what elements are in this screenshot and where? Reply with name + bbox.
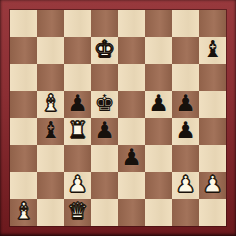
square-g2[interactable]: ♟ [172,172,199,199]
piece-black-bishop[interactable]: ♝ [202,37,223,63]
square-b7[interactable] [37,37,64,64]
square-e5[interactable] [118,91,145,118]
square-b6[interactable] [37,64,64,91]
square-g8[interactable] [172,10,199,37]
square-h3[interactable] [199,145,226,172]
square-f5[interactable]: ♟ [145,91,172,118]
square-h6[interactable] [199,64,226,91]
square-g3[interactable] [172,145,199,172]
piece-white-king[interactable]: ♚ [94,37,115,63]
piece-black-pawn[interactable]: ♟ [121,145,142,171]
square-h7[interactable]: ♝ [199,37,226,64]
square-a4[interactable] [10,118,37,145]
square-a2[interactable] [10,172,37,199]
square-g4[interactable]: ♟ [172,118,199,145]
square-b4[interactable]: ♝ [37,118,64,145]
square-a6[interactable] [10,64,37,91]
square-b3[interactable] [37,145,64,172]
square-h8[interactable] [199,10,226,37]
square-f4[interactable] [145,118,172,145]
square-d1[interactable] [91,199,118,226]
square-e1[interactable] [118,199,145,226]
square-c7[interactable] [64,37,91,64]
piece-white-bishop[interactable]: ♝ [13,199,34,225]
square-c5[interactable]: ♟ [64,91,91,118]
piece-black-pawn[interactable]: ♟ [148,91,169,117]
square-d6[interactable] [91,64,118,91]
square-e6[interactable] [118,64,145,91]
square-e8[interactable] [118,10,145,37]
square-f6[interactable] [145,64,172,91]
square-e2[interactable] [118,172,145,199]
square-f3[interactable] [145,145,172,172]
square-g1[interactable] [172,199,199,226]
board-frame: ♚♝♝♟♚♟♟♝♜♟♟♟♟♟♟♝♛ [0,0,236,236]
square-d7[interactable]: ♚ [91,37,118,64]
square-h5[interactable] [199,91,226,118]
piece-white-pawn[interactable]: ♟ [67,172,88,198]
square-h2[interactable]: ♟ [199,172,226,199]
square-b1[interactable] [37,199,64,226]
square-a1[interactable]: ♝ [10,199,37,226]
square-c6[interactable] [64,64,91,91]
square-c4[interactable]: ♜ [64,118,91,145]
square-d4[interactable]: ♟ [91,118,118,145]
square-h1[interactable] [199,199,226,226]
square-c2[interactable]: ♟ [64,172,91,199]
square-f7[interactable] [145,37,172,64]
square-e4[interactable] [118,118,145,145]
piece-white-queen[interactable]: ♛ [67,199,88,225]
square-f1[interactable] [145,199,172,226]
square-a3[interactable] [10,145,37,172]
square-d3[interactable] [91,145,118,172]
square-c1[interactable]: ♛ [64,199,91,226]
piece-white-rook[interactable]: ♜ [67,118,88,144]
square-g7[interactable] [172,37,199,64]
square-c3[interactable] [64,145,91,172]
piece-black-pawn[interactable]: ♟ [175,118,196,144]
piece-black-pawn[interactable]: ♟ [94,118,115,144]
piece-white-pawn[interactable]: ♟ [175,172,196,198]
square-e3[interactable]: ♟ [118,145,145,172]
square-b5[interactable]: ♝ [37,91,64,118]
square-a5[interactable] [10,91,37,118]
square-a7[interactable] [10,37,37,64]
square-c8[interactable] [64,10,91,37]
piece-black-pawn[interactable]: ♟ [175,91,196,117]
square-g5[interactable]: ♟ [172,91,199,118]
square-b2[interactable] [37,172,64,199]
square-e7[interactable] [118,37,145,64]
chess-board: ♚♝♝♟♚♟♟♝♜♟♟♟♟♟♟♝♛ [10,10,226,226]
square-d2[interactable] [91,172,118,199]
square-f8[interactable] [145,10,172,37]
square-g6[interactable] [172,64,199,91]
piece-black-pawn[interactable]: ♟ [67,91,88,117]
piece-black-bishop[interactable]: ♝ [40,118,61,144]
piece-black-king[interactable]: ♚ [94,91,115,117]
square-f2[interactable] [145,172,172,199]
square-h4[interactable] [199,118,226,145]
square-a8[interactable] [10,10,37,37]
square-d5[interactable]: ♚ [91,91,118,118]
piece-white-pawn[interactable]: ♟ [202,172,223,198]
piece-white-bishop[interactable]: ♝ [40,91,61,117]
square-b8[interactable] [37,10,64,37]
square-d8[interactable] [91,10,118,37]
